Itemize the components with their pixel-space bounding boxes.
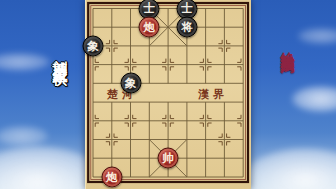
cloud-top-left bbox=[0, 53, 50, 71]
cloud-right-mid bbox=[292, 86, 336, 112]
cloud-right-upper bbox=[298, 28, 336, 44]
piece-red-cannon-1[interactable]: 炮 bbox=[139, 17, 160, 38]
piece-black-general[interactable]: 将 bbox=[176, 17, 197, 38]
channel-title-vertical: 刘博主象棋 bbox=[50, 47, 69, 62]
cloud-bottom-right bbox=[243, 148, 336, 189]
piece-black-elephant-1[interactable]: 象 bbox=[83, 35, 104, 56]
video-frame: 刘博主象棋 绝妙实用残局 楚河 漢界 士士炮将象象帅炮 bbox=[0, 0, 336, 189]
piece-red-cannon-2[interactable]: 炮 bbox=[101, 167, 122, 188]
piece-red-general[interactable]: 帅 bbox=[158, 148, 179, 169]
piece-black-elephant-2[interactable]: 象 bbox=[120, 73, 141, 94]
xiangqi-board[interactable]: 楚河 漢界 士士炮将象象帅炮 bbox=[85, 0, 251, 189]
series-title-vertical: 绝妙实用残局 bbox=[279, 41, 297, 50]
pieces-layer: 士士炮将象象帅炮 bbox=[86, 0, 251, 189]
cloud-left-mid bbox=[0, 126, 48, 146]
